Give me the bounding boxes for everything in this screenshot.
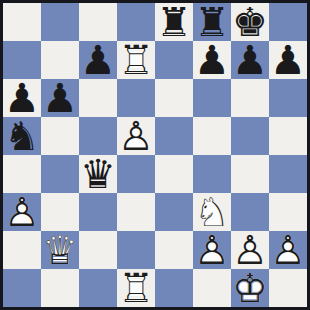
- square-d6[interactable]: [117, 79, 155, 117]
- white-pawn-outline-glyph: ♙: [3, 193, 41, 231]
- white-pawn: ♟♙: [193, 231, 231, 269]
- square-c2[interactable]: [79, 231, 117, 269]
- white-knight: ♞♘: [193, 193, 231, 231]
- black-pawn-glyph: ♟: [41, 79, 79, 117]
- square-d1[interactable]: ♜♖: [117, 269, 155, 307]
- square-g5[interactable]: [231, 117, 269, 155]
- square-a4[interactable]: [3, 155, 41, 193]
- square-a7[interactable]: [3, 41, 41, 79]
- square-b7[interactable]: [41, 41, 79, 79]
- square-b3[interactable]: [41, 193, 79, 231]
- square-b6[interactable]: ♟: [41, 79, 79, 117]
- square-c7[interactable]: ♟: [79, 41, 117, 79]
- square-b1[interactable]: [41, 269, 79, 307]
- square-d7[interactable]: ♜♖: [117, 41, 155, 79]
- square-h6[interactable]: [269, 79, 307, 117]
- black-pawn-glyph: ♟: [79, 41, 117, 79]
- square-c4[interactable]: ♛: [79, 155, 117, 193]
- black-queen-glyph: ♛: [79, 155, 117, 193]
- square-f5[interactable]: [193, 117, 231, 155]
- black-rook-glyph: ♜: [155, 3, 193, 41]
- white-rook-outline-glyph: ♖: [117, 41, 155, 79]
- black-knight: ♞: [3, 117, 41, 155]
- square-g3[interactable]: [231, 193, 269, 231]
- white-pawn: ♟♙: [269, 231, 307, 269]
- black-king: ♚: [231, 3, 269, 41]
- square-c5[interactable]: [79, 117, 117, 155]
- square-f2[interactable]: ♟♙: [193, 231, 231, 269]
- white-pawn: ♟♙: [117, 117, 155, 155]
- square-b4[interactable]: [41, 155, 79, 193]
- square-a3[interactable]: ♟♙: [3, 193, 41, 231]
- square-e7[interactable]: [155, 41, 193, 79]
- black-pawn-glyph: ♟: [231, 41, 269, 79]
- square-a8[interactable]: [3, 3, 41, 41]
- square-g6[interactable]: [231, 79, 269, 117]
- square-h4[interactable]: [269, 155, 307, 193]
- black-pawn: ♟: [269, 41, 307, 79]
- white-queen: ♛♕: [41, 231, 79, 269]
- white-pawn-outline-glyph: ♙: [231, 231, 269, 269]
- square-e2[interactable]: [155, 231, 193, 269]
- square-h8[interactable]: [269, 3, 307, 41]
- square-a5[interactable]: ♞: [3, 117, 41, 155]
- square-b2[interactable]: ♛♕: [41, 231, 79, 269]
- square-f1[interactable]: [193, 269, 231, 307]
- black-pawn: ♟: [193, 41, 231, 79]
- square-f4[interactable]: [193, 155, 231, 193]
- white-pawn: ♟♙: [231, 231, 269, 269]
- black-knight-glyph: ♞: [3, 117, 41, 155]
- black-rook: ♜: [193, 3, 231, 41]
- white-knight-outline-glyph: ♘: [193, 193, 231, 231]
- square-g2[interactable]: ♟♙: [231, 231, 269, 269]
- square-d2[interactable]: [117, 231, 155, 269]
- square-g8[interactable]: ♚: [231, 3, 269, 41]
- black-pawn-glyph: ♟: [269, 41, 307, 79]
- square-c1[interactable]: [79, 269, 117, 307]
- white-rook: ♜♖: [117, 269, 155, 307]
- white-king: ♚♔: [231, 269, 269, 307]
- square-e8[interactable]: ♜: [155, 3, 193, 41]
- black-queen: ♛: [79, 155, 117, 193]
- black-rook: ♜: [155, 3, 193, 41]
- square-h3[interactable]: [269, 193, 307, 231]
- black-pawn: ♟: [79, 41, 117, 79]
- square-f3[interactable]: ♞♘: [193, 193, 231, 231]
- square-h2[interactable]: ♟♙: [269, 231, 307, 269]
- white-rook-outline-glyph: ♖: [117, 269, 155, 307]
- white-pawn-outline-glyph: ♙: [193, 231, 231, 269]
- black-rook-glyph: ♜: [193, 3, 231, 41]
- square-h7[interactable]: ♟: [269, 41, 307, 79]
- square-e5[interactable]: [155, 117, 193, 155]
- square-f7[interactable]: ♟: [193, 41, 231, 79]
- square-f8[interactable]: ♜: [193, 3, 231, 41]
- square-c8[interactable]: [79, 3, 117, 41]
- square-g1[interactable]: ♚♔: [231, 269, 269, 307]
- white-pawn: ♟♙: [3, 193, 41, 231]
- square-b8[interactable]: [41, 3, 79, 41]
- chess-board-frame: ♜♜♚♟♜♖♟♟♟♟♟♞♟♙♛♟♙♞♘♛♕♟♙♟♙♟♙♜♖♚♔: [0, 0, 310, 310]
- square-g4[interactable]: [231, 155, 269, 193]
- white-rook: ♜♖: [117, 41, 155, 79]
- black-pawn-glyph: ♟: [193, 41, 231, 79]
- white-pawn-outline-glyph: ♙: [269, 231, 307, 269]
- square-d5[interactable]: ♟♙: [117, 117, 155, 155]
- black-pawn: ♟: [231, 41, 269, 79]
- square-d8[interactable]: [117, 3, 155, 41]
- square-e1[interactable]: [155, 269, 193, 307]
- square-g7[interactable]: ♟: [231, 41, 269, 79]
- square-f6[interactable]: [193, 79, 231, 117]
- square-e6[interactable]: [155, 79, 193, 117]
- square-a2[interactable]: [3, 231, 41, 269]
- square-h1[interactable]: [269, 269, 307, 307]
- square-d4[interactable]: [117, 155, 155, 193]
- square-c3[interactable]: [79, 193, 117, 231]
- square-a1[interactable]: [3, 269, 41, 307]
- white-king-outline-glyph: ♔: [231, 269, 269, 307]
- chess-board: ♜♜♚♟♜♖♟♟♟♟♟♞♟♙♛♟♙♞♘♛♕♟♙♟♙♟♙♜♖♚♔: [3, 3, 307, 307]
- square-d3[interactable]: [117, 193, 155, 231]
- square-c6[interactable]: [79, 79, 117, 117]
- black-pawn: ♟: [3, 79, 41, 117]
- square-e3[interactable]: [155, 193, 193, 231]
- black-pawn: ♟: [41, 79, 79, 117]
- white-pawn-outline-glyph: ♙: [117, 117, 155, 155]
- square-e4[interactable]: [155, 155, 193, 193]
- square-a6[interactable]: ♟: [3, 79, 41, 117]
- black-pawn-glyph: ♟: [3, 79, 41, 117]
- white-queen-outline-glyph: ♕: [41, 231, 79, 269]
- black-king-glyph: ♚: [231, 3, 269, 41]
- square-h5[interactable]: [269, 117, 307, 155]
- square-b5[interactable]: [41, 117, 79, 155]
